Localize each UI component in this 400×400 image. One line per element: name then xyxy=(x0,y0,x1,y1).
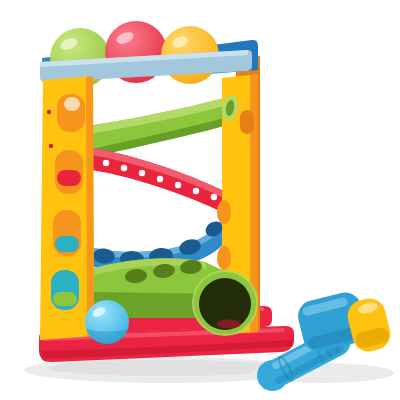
left-post xyxy=(40,76,94,340)
tunnel-through-hole xyxy=(53,292,77,306)
hole xyxy=(211,194,217,200)
blue-ramp-through-hole xyxy=(55,236,79,252)
hole xyxy=(193,188,199,194)
pin-dot xyxy=(47,110,51,114)
pin-dot xyxy=(49,144,53,148)
red-ramp-through-hole xyxy=(57,170,81,186)
hole xyxy=(157,176,163,182)
right-post-hole xyxy=(240,110,254,134)
right-post-notch xyxy=(217,246,231,270)
blue-ball xyxy=(85,300,129,344)
tunnel-inner-reflection xyxy=(217,320,241,329)
toy-illustration xyxy=(0,0,400,400)
base-shadow-core xyxy=(48,360,284,376)
hole xyxy=(103,160,109,166)
hole xyxy=(139,170,145,176)
left-post-shade xyxy=(86,76,94,336)
toy-product-photo xyxy=(0,0,400,400)
hole xyxy=(121,165,127,171)
hole xyxy=(175,182,181,188)
right-post-notch xyxy=(217,200,231,224)
highlight xyxy=(64,97,80,111)
